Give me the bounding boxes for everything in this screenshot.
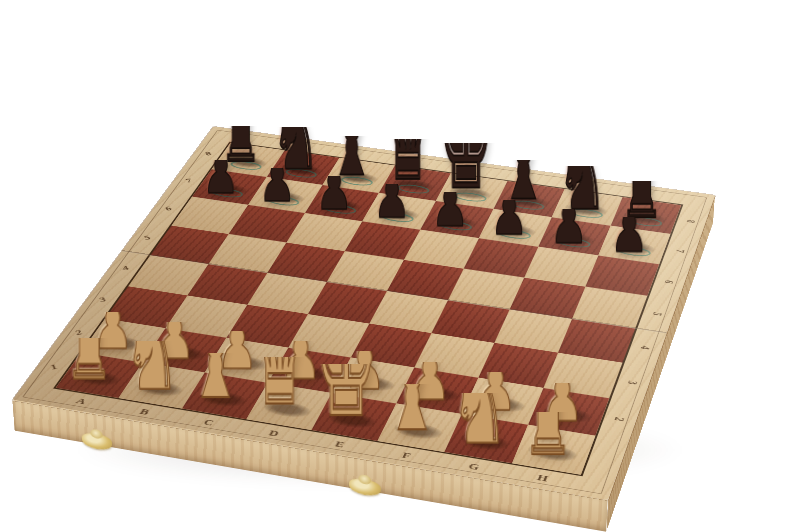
chess-board: ♜♞♝♛♚♝♞♜♟♟♟♟♟♟♟♟♟♟♟♟♟♟♟♟♜♞♝♛♚♝♞♜ ABCDEFG… xyxy=(12,126,715,500)
brass-hinge-icon xyxy=(349,477,381,498)
white-rook-glyph: ♜ xyxy=(521,367,572,467)
black-pawn[interactable]: ♟ xyxy=(546,217,712,258)
brass-hinge-icon xyxy=(81,431,112,451)
black-pawn-glyph: ♟ xyxy=(610,198,648,258)
white-rook[interactable]: ♜ xyxy=(452,412,641,467)
photo-scene: ♜♞♝♛♚♝♞♜♟♟♟♟♟♟♟♟♟♟♟♟♟♟♟♟♜♞♝♛♚♝♞♜ ABCDEFG… xyxy=(0,0,800,532)
square-h7[interactable]: ♟ xyxy=(598,226,670,265)
